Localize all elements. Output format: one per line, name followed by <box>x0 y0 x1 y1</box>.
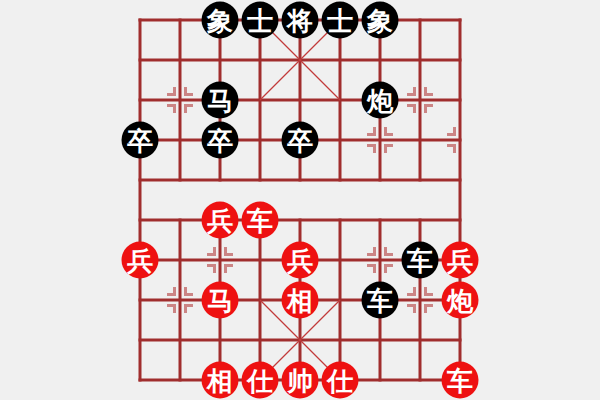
xiangqi-board[interactable]: 象士将士象马炮卒卒卒车车兵车兵兵兵马相炮相仕帅仕车 <box>0 0 600 400</box>
point-marker-bracket <box>424 304 433 313</box>
point-marker-bracket <box>167 104 176 113</box>
point-marker-bracket <box>367 144 376 153</box>
point-marker-bracket <box>424 287 433 296</box>
point-marker-bracket <box>167 304 176 313</box>
point-marker-bracket <box>407 304 416 313</box>
point-marker-bracket <box>424 87 433 96</box>
point-marker-bracket <box>184 287 193 296</box>
piece-red-horse[interactable]: 马 <box>202 282 239 319</box>
point-marker-bracket <box>167 87 176 96</box>
point-marker-bracket <box>367 264 376 273</box>
board-grid-lines <box>0 0 600 400</box>
point-marker-bracket <box>384 144 393 153</box>
piece-red-soldier[interactable]: 兵 <box>282 242 319 279</box>
point-marker-bracket <box>384 264 393 273</box>
point-marker-bracket <box>224 247 233 256</box>
piece-red-chariot[interactable]: 车 <box>442 362 479 399</box>
point-marker-bracket <box>184 304 193 313</box>
point-marker-bracket <box>184 87 193 96</box>
point-marker-bracket <box>384 127 393 136</box>
piece-red-advisor[interactable]: 仕 <box>322 362 359 399</box>
point-marker-bracket <box>184 104 193 113</box>
piece-black-horse[interactable]: 马 <box>202 82 239 119</box>
point-marker-bracket <box>447 127 456 136</box>
piece-red-cannon[interactable]: 炮 <box>442 282 479 319</box>
piece-black-general[interactable]: 将 <box>282 2 319 39</box>
piece-black-chariot[interactable]: 车 <box>402 242 439 279</box>
point-marker-bracket <box>224 264 233 273</box>
point-marker-bracket <box>384 247 393 256</box>
piece-red-chariot[interactable]: 车 <box>242 202 279 239</box>
piece-black-soldier[interactable]: 卒 <box>282 122 319 159</box>
piece-black-cannon[interactable]: 炮 <box>362 82 399 119</box>
point-marker-bracket <box>407 87 416 96</box>
point-marker-bracket <box>207 247 216 256</box>
point-marker-bracket <box>447 144 456 153</box>
point-marker-bracket <box>207 264 216 273</box>
point-marker-bracket <box>407 287 416 296</box>
piece-black-chariot[interactable]: 车 <box>362 282 399 319</box>
piece-black-soldier[interactable]: 卒 <box>122 122 159 159</box>
piece-red-advisor[interactable]: 仕 <box>242 362 279 399</box>
piece-black-elephant[interactable]: 象 <box>202 2 239 39</box>
piece-red-soldier[interactable]: 兵 <box>442 242 479 279</box>
point-marker-bracket <box>367 127 376 136</box>
piece-black-advisor[interactable]: 士 <box>242 2 279 39</box>
piece-black-elephant[interactable]: 象 <box>362 2 399 39</box>
piece-red-elephant[interactable]: 相 <box>202 362 239 399</box>
piece-red-general[interactable]: 帅 <box>282 362 319 399</box>
point-marker-bracket <box>367 247 376 256</box>
piece-red-elephant[interactable]: 相 <box>282 282 319 319</box>
piece-black-soldier[interactable]: 卒 <box>202 122 239 159</box>
point-marker-bracket <box>424 104 433 113</box>
point-marker-bracket <box>167 287 176 296</box>
piece-red-soldier[interactable]: 兵 <box>202 202 239 239</box>
piece-red-soldier[interactable]: 兵 <box>122 242 159 279</box>
piece-black-advisor[interactable]: 士 <box>322 2 359 39</box>
point-marker-bracket <box>407 104 416 113</box>
